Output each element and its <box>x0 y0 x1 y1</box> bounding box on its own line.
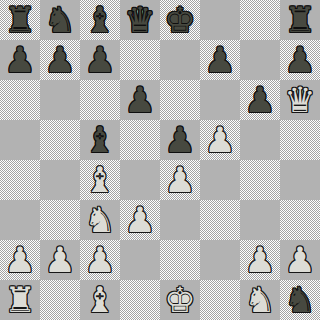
square-g8[interactable] <box>240 0 280 40</box>
square-e8[interactable]: ♚ <box>160 0 200 40</box>
white-king[interactable]: ♚ <box>160 280 200 320</box>
square-e6[interactable] <box>160 80 200 120</box>
black-pawn[interactable]: ♟ <box>160 120 200 160</box>
square-a2[interactable]: ♟ <box>0 240 40 280</box>
square-h8[interactable]: ♜ <box>280 0 320 40</box>
square-a8[interactable]: ♜ <box>0 0 40 40</box>
white-pawn[interactable]: ♟ <box>200 120 240 160</box>
black-pawn[interactable]: ♟ <box>240 80 280 120</box>
white-pawn[interactable]: ♟ <box>240 240 280 280</box>
square-f3[interactable] <box>200 200 240 240</box>
square-g2[interactable]: ♟ <box>240 240 280 280</box>
square-g7[interactable] <box>240 40 280 80</box>
white-bishop[interactable]: ♝ <box>80 160 120 200</box>
square-d7[interactable] <box>120 40 160 80</box>
white-knight[interactable]: ♞ <box>80 200 120 240</box>
square-b6[interactable] <box>40 80 80 120</box>
square-b1[interactable] <box>40 280 80 320</box>
white-pawn[interactable]: ♟ <box>160 160 200 200</box>
square-e4[interactable]: ♟ <box>160 160 200 200</box>
square-d2[interactable] <box>120 240 160 280</box>
square-c2[interactable]: ♟ <box>80 240 120 280</box>
square-h3[interactable] <box>280 200 320 240</box>
square-c4[interactable]: ♝ <box>80 160 120 200</box>
black-pawn[interactable]: ♟ <box>280 40 320 80</box>
square-d5[interactable] <box>120 120 160 160</box>
square-h4[interactable] <box>280 160 320 200</box>
square-a6[interactable] <box>0 80 40 120</box>
black-pawn[interactable]: ♟ <box>40 40 80 80</box>
square-h7[interactable]: ♟ <box>280 40 320 80</box>
square-c3[interactable]: ♞ <box>80 200 120 240</box>
square-g5[interactable] <box>240 120 280 160</box>
square-e3[interactable] <box>160 200 200 240</box>
square-f2[interactable] <box>200 240 240 280</box>
black-pawn[interactable]: ♟ <box>80 40 120 80</box>
square-c5[interactable]: ♝ <box>80 120 120 160</box>
square-a4[interactable] <box>0 160 40 200</box>
square-b5[interactable] <box>40 120 80 160</box>
black-rook[interactable]: ♜ <box>0 0 40 40</box>
square-h5[interactable] <box>280 120 320 160</box>
square-f6[interactable] <box>200 80 240 120</box>
square-b3[interactable] <box>40 200 80 240</box>
white-pawn[interactable]: ♟ <box>80 240 120 280</box>
square-d1[interactable] <box>120 280 160 320</box>
black-knight[interactable]: ♞ <box>280 280 320 320</box>
black-queen[interactable]: ♛ <box>120 0 160 40</box>
square-b4[interactable] <box>40 160 80 200</box>
square-c6[interactable] <box>80 80 120 120</box>
square-e7[interactable] <box>160 40 200 80</box>
white-pawn[interactable]: ♟ <box>40 240 80 280</box>
square-f1[interactable] <box>200 280 240 320</box>
square-d8[interactable]: ♛ <box>120 0 160 40</box>
square-c8[interactable]: ♝ <box>80 0 120 40</box>
white-pawn[interactable]: ♟ <box>280 240 320 280</box>
square-f7[interactable]: ♟ <box>200 40 240 80</box>
white-rook[interactable]: ♜ <box>0 280 40 320</box>
square-f8[interactable] <box>200 0 240 40</box>
square-d4[interactable] <box>120 160 160 200</box>
square-a5[interactable] <box>0 120 40 160</box>
black-rook[interactable]: ♜ <box>280 0 320 40</box>
square-b2[interactable]: ♟ <box>40 240 80 280</box>
square-e2[interactable] <box>160 240 200 280</box>
black-knight[interactable]: ♞ <box>40 0 80 40</box>
square-h2[interactable]: ♟ <box>280 240 320 280</box>
white-bishop[interactable]: ♝ <box>80 280 120 320</box>
chess-board: ♜♞♝♛♚♜♟♟♟♟♟♟♟♛♝♟♟♝♟♞♟♟♟♟♟♟♜♝♚♞♞ <box>0 0 320 320</box>
square-g6[interactable]: ♟ <box>240 80 280 120</box>
black-bishop[interactable]: ♝ <box>80 120 120 160</box>
square-b7[interactable]: ♟ <box>40 40 80 80</box>
white-pawn[interactable]: ♟ <box>0 240 40 280</box>
square-h1[interactable]: ♞ <box>280 280 320 320</box>
black-pawn[interactable]: ♟ <box>0 40 40 80</box>
square-h6[interactable]: ♛ <box>280 80 320 120</box>
square-g3[interactable] <box>240 200 280 240</box>
square-a3[interactable] <box>0 200 40 240</box>
black-pawn[interactable]: ♟ <box>200 40 240 80</box>
square-a1[interactable]: ♜ <box>0 280 40 320</box>
square-g4[interactable] <box>240 160 280 200</box>
square-f5[interactable]: ♟ <box>200 120 240 160</box>
square-f4[interactable] <box>200 160 240 200</box>
white-pawn[interactable]: ♟ <box>120 200 160 240</box>
square-e1[interactable]: ♚ <box>160 280 200 320</box>
black-bishop[interactable]: ♝ <box>80 0 120 40</box>
white-queen[interactable]: ♛ <box>280 80 320 120</box>
square-c7[interactable]: ♟ <box>80 40 120 80</box>
square-g1[interactable]: ♞ <box>240 280 280 320</box>
square-d3[interactable]: ♟ <box>120 200 160 240</box>
square-a7[interactable]: ♟ <box>0 40 40 80</box>
square-e5[interactable]: ♟ <box>160 120 200 160</box>
square-c1[interactable]: ♝ <box>80 280 120 320</box>
white-knight[interactable]: ♞ <box>240 280 280 320</box>
square-b8[interactable]: ♞ <box>40 0 80 40</box>
black-pawn[interactable]: ♟ <box>120 80 160 120</box>
square-d6[interactable]: ♟ <box>120 80 160 120</box>
black-king[interactable]: ♚ <box>160 0 200 40</box>
